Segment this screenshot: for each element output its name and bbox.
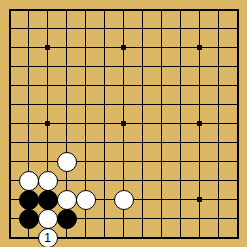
intersection[interactable]	[190, 209, 209, 228]
intersection[interactable]	[114, 133, 133, 152]
intersection[interactable]	[171, 57, 190, 76]
intersection[interactable]	[133, 133, 152, 152]
intersection[interactable]	[95, 114, 114, 133]
intersection[interactable]	[209, 114, 228, 133]
intersection[interactable]	[95, 133, 114, 152]
intersection[interactable]	[114, 114, 133, 133]
intersection[interactable]	[228, 0, 247, 19]
intersection[interactable]	[76, 95, 95, 114]
intersection[interactable]	[95, 228, 114, 247]
intersection[interactable]	[228, 95, 247, 114]
intersection[interactable]	[38, 95, 57, 114]
intersection[interactable]	[0, 209, 19, 228]
white-stone	[38, 209, 58, 229]
black-stone	[19, 209, 39, 229]
intersection[interactable]	[38, 152, 57, 171]
intersection[interactable]	[95, 171, 114, 190]
intersection[interactable]	[152, 209, 171, 228]
intersection[interactable]	[19, 38, 38, 57]
intersection[interactable]	[228, 19, 247, 38]
intersection[interactable]	[76, 19, 95, 38]
intersection[interactable]	[0, 19, 19, 38]
black-stone	[57, 209, 77, 229]
intersection[interactable]	[57, 228, 76, 247]
intersection[interactable]	[95, 190, 114, 209]
black-stone	[19, 190, 39, 210]
intersection[interactable]	[114, 228, 133, 247]
white-stone	[38, 171, 58, 191]
intersection[interactable]	[76, 133, 95, 152]
intersection[interactable]	[57, 171, 76, 190]
intersection[interactable]	[171, 0, 190, 19]
intersection[interactable]	[133, 209, 152, 228]
intersection[interactable]	[190, 76, 209, 95]
intersection[interactable]	[76, 76, 95, 95]
intersection[interactable]	[133, 95, 152, 114]
intersection[interactable]	[114, 38, 133, 57]
intersection[interactable]	[95, 76, 114, 95]
intersection[interactable]	[19, 95, 38, 114]
intersection[interactable]	[19, 114, 38, 133]
intersection[interactable]	[0, 171, 19, 190]
white-stone	[114, 190, 134, 210]
intersection[interactable]	[152, 228, 171, 247]
intersection[interactable]	[228, 38, 247, 57]
intersection[interactable]	[0, 0, 19, 19]
intersection[interactable]	[114, 57, 133, 76]
intersection[interactable]	[19, 0, 38, 19]
intersection[interactable]	[152, 190, 171, 209]
intersection[interactable]	[0, 95, 19, 114]
intersection[interactable]	[190, 0, 209, 19]
intersection[interactable]	[38, 114, 57, 133]
intersection[interactable]	[57, 209, 76, 228]
intersection[interactable]	[0, 133, 19, 152]
intersection[interactable]	[228, 209, 247, 228]
intersection[interactable]	[152, 38, 171, 57]
intersection[interactable]	[0, 76, 19, 95]
intersection[interactable]	[0, 190, 19, 209]
intersection[interactable]	[171, 76, 190, 95]
intersection[interactable]	[152, 0, 171, 19]
intersection[interactable]	[228, 76, 247, 95]
intersection[interactable]	[228, 114, 247, 133]
intersection[interactable]	[76, 114, 95, 133]
intersection[interactable]	[133, 0, 152, 19]
black-stone	[38, 190, 58, 210]
intersection[interactable]	[171, 95, 190, 114]
intersection[interactable]	[76, 209, 95, 228]
intersection[interactable]	[19, 57, 38, 76]
intersection[interactable]	[57, 133, 76, 152]
intersection[interactable]	[76, 152, 95, 171]
go-diagram: 1	[0, 0, 247, 247]
intersection[interactable]	[133, 38, 152, 57]
intersection[interactable]	[114, 209, 133, 228]
intersection[interactable]	[190, 19, 209, 38]
move-number-label: 1	[44, 232, 51, 244]
intersection[interactable]	[57, 114, 76, 133]
intersection[interactable]	[209, 57, 228, 76]
board-intersections: 1	[0, 0, 247, 247]
intersection[interactable]	[171, 114, 190, 133]
intersection[interactable]	[190, 133, 209, 152]
intersection[interactable]	[152, 95, 171, 114]
intersection[interactable]	[57, 95, 76, 114]
intersection[interactable]	[190, 228, 209, 247]
intersection[interactable]	[209, 190, 228, 209]
intersection[interactable]	[76, 38, 95, 57]
intersection[interactable]	[76, 190, 95, 209]
intersection[interactable]	[38, 190, 57, 209]
intersection[interactable]	[209, 228, 228, 247]
intersection[interactable]	[57, 0, 76, 19]
intersection[interactable]	[57, 76, 76, 95]
intersection[interactable]	[95, 0, 114, 19]
intersection[interactable]	[171, 171, 190, 190]
intersection[interactable]	[190, 95, 209, 114]
intersection[interactable]	[114, 19, 133, 38]
white-stone	[76, 190, 96, 210]
intersection[interactable]	[133, 190, 152, 209]
intersection[interactable]	[228, 133, 247, 152]
intersection[interactable]	[190, 114, 209, 133]
intersection[interactable]	[38, 0, 57, 19]
intersection[interactable]	[19, 228, 38, 247]
intersection[interactable]	[57, 38, 76, 57]
intersection[interactable]	[0, 152, 19, 171]
intersection[interactable]	[209, 95, 228, 114]
intersection[interactable]: 1	[38, 228, 57, 247]
intersection[interactable]	[114, 0, 133, 19]
intersection[interactable]	[38, 38, 57, 57]
intersection[interactable]	[57, 152, 76, 171]
intersection[interactable]	[38, 133, 57, 152]
intersection[interactable]	[171, 228, 190, 247]
intersection[interactable]	[228, 228, 247, 247]
intersection[interactable]	[152, 114, 171, 133]
intersection[interactable]	[0, 114, 19, 133]
intersection[interactable]	[19, 19, 38, 38]
intersection[interactable]	[95, 95, 114, 114]
intersection[interactable]	[171, 38, 190, 57]
intersection[interactable]	[38, 209, 57, 228]
intersection[interactable]	[76, 57, 95, 76]
intersection[interactable]	[190, 152, 209, 171]
intersection[interactable]	[0, 38, 19, 57]
intersection[interactable]	[38, 19, 57, 38]
intersection[interactable]	[228, 57, 247, 76]
intersection[interactable]	[209, 152, 228, 171]
intersection[interactable]	[114, 76, 133, 95]
white-stone	[19, 171, 39, 191]
intersection[interactable]	[190, 38, 209, 57]
go-board: 1	[0, 0, 247, 247]
intersection[interactable]	[209, 38, 228, 57]
intersection[interactable]	[190, 57, 209, 76]
intersection[interactable]	[152, 19, 171, 38]
intersection[interactable]	[95, 38, 114, 57]
intersection[interactable]	[209, 76, 228, 95]
intersection[interactable]	[76, 228, 95, 247]
intersection[interactable]	[57, 57, 76, 76]
intersection[interactable]	[95, 209, 114, 228]
intersection[interactable]	[19, 209, 38, 228]
intersection[interactable]	[209, 171, 228, 190]
intersection[interactable]	[133, 19, 152, 38]
white-stone	[57, 152, 77, 172]
intersection[interactable]	[19, 76, 38, 95]
intersection[interactable]	[114, 190, 133, 209]
intersection[interactable]	[38, 171, 57, 190]
intersection[interactable]	[133, 57, 152, 76]
intersection[interactable]	[209, 133, 228, 152]
intersection[interactable]	[171, 152, 190, 171]
intersection[interactable]	[190, 171, 209, 190]
intersection[interactable]	[19, 133, 38, 152]
intersection[interactable]	[38, 57, 57, 76]
intersection[interactable]	[95, 19, 114, 38]
white-stone: 1	[38, 228, 58, 247]
intersection[interactable]	[0, 228, 19, 247]
intersection[interactable]	[152, 133, 171, 152]
intersection[interactable]	[171, 133, 190, 152]
intersection[interactable]	[133, 228, 152, 247]
intersection[interactable]	[114, 171, 133, 190]
intersection[interactable]	[19, 152, 38, 171]
white-stone	[57, 190, 77, 210]
intersection[interactable]	[57, 190, 76, 209]
intersection[interactable]	[38, 76, 57, 95]
intersection[interactable]	[19, 190, 38, 209]
intersection[interactable]	[209, 209, 228, 228]
intersection[interactable]	[152, 171, 171, 190]
intersection[interactable]	[0, 57, 19, 76]
intersection[interactable]	[152, 152, 171, 171]
intersection[interactable]	[95, 57, 114, 76]
intersection[interactable]	[133, 152, 152, 171]
intersection[interactable]	[152, 57, 171, 76]
intersection[interactable]	[76, 0, 95, 19]
intersection[interactable]	[76, 171, 95, 190]
intersection[interactable]	[114, 95, 133, 114]
intersection[interactable]	[228, 171, 247, 190]
intersection[interactable]	[209, 0, 228, 19]
intersection[interactable]	[152, 76, 171, 95]
intersection[interactable]	[95, 152, 114, 171]
intersection[interactable]	[19, 171, 38, 190]
intersection[interactable]	[57, 19, 76, 38]
intersection[interactable]	[190, 190, 209, 209]
intersection[interactable]	[171, 19, 190, 38]
intersection[interactable]	[133, 76, 152, 95]
intersection[interactable]	[228, 190, 247, 209]
intersection[interactable]	[209, 19, 228, 38]
intersection[interactable]	[171, 190, 190, 209]
intersection[interactable]	[133, 114, 152, 133]
intersection[interactable]	[171, 209, 190, 228]
intersection[interactable]	[114, 152, 133, 171]
intersection[interactable]	[228, 152, 247, 171]
intersection[interactable]	[133, 171, 152, 190]
